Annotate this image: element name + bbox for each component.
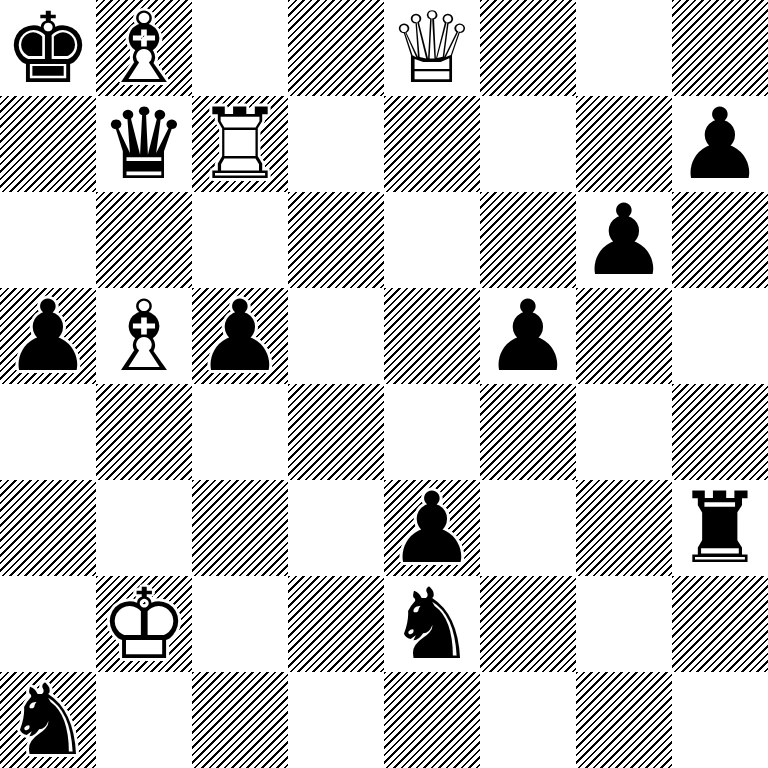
square-a7[interactable] bbox=[0, 96, 96, 192]
square-a3[interactable] bbox=[0, 480, 96, 576]
square-f2[interactable] bbox=[480, 576, 576, 672]
square-b7[interactable]: ♛ bbox=[96, 96, 192, 192]
square-e2[interactable]: ♞ bbox=[384, 576, 480, 672]
square-e8[interactable]: ♛♕ bbox=[384, 0, 480, 96]
piece-white-rook: ♖ bbox=[192, 96, 288, 192]
piece-black-pawn: ♟ bbox=[480, 288, 576, 384]
square-g7[interactable] bbox=[576, 96, 672, 192]
piece-black-pawn: ♟ bbox=[384, 480, 480, 576]
square-e6[interactable] bbox=[384, 192, 480, 288]
square-h7[interactable]: ♟ bbox=[672, 96, 768, 192]
square-h2[interactable] bbox=[672, 576, 768, 672]
square-f7[interactable] bbox=[480, 96, 576, 192]
square-h1[interactable] bbox=[672, 672, 768, 768]
piece-white-queen-fill: ♛ bbox=[384, 0, 480, 96]
piece-black-knight: ♞ bbox=[384, 576, 480, 672]
piece-black-rook: ♜ bbox=[672, 480, 768, 576]
square-c1[interactable] bbox=[192, 672, 288, 768]
square-f6[interactable] bbox=[480, 192, 576, 288]
square-g5[interactable] bbox=[576, 288, 672, 384]
square-h6[interactable] bbox=[672, 192, 768, 288]
square-g1[interactable] bbox=[576, 672, 672, 768]
piece-white-king: ♔ bbox=[96, 576, 192, 672]
square-b4[interactable] bbox=[96, 384, 192, 480]
square-e3[interactable]: ♟ bbox=[384, 480, 480, 576]
piece-black-pawn: ♟ bbox=[672, 96, 768, 192]
square-g2[interactable] bbox=[576, 576, 672, 672]
square-e1[interactable] bbox=[384, 672, 480, 768]
piece-black-pawn: ♟ bbox=[192, 288, 288, 384]
piece-white-bishop: ♗ bbox=[96, 0, 192, 96]
square-g6[interactable]: ♟ bbox=[576, 192, 672, 288]
square-h4[interactable] bbox=[672, 384, 768, 480]
square-b1[interactable] bbox=[96, 672, 192, 768]
chess-diagram: ♚♝♗♛♕♛♜♖♟♟♟♝♗♟♟♟♜♚♔♞♞ bbox=[0, 0, 768, 768]
square-c8[interactable] bbox=[192, 0, 288, 96]
square-a5[interactable]: ♟ bbox=[0, 288, 96, 384]
square-a8[interactable]: ♚ bbox=[0, 0, 96, 96]
piece-white-bishop-fill: ♝ bbox=[96, 288, 192, 384]
square-a6[interactable] bbox=[0, 192, 96, 288]
piece-white-bishop-fill: ♝ bbox=[96, 0, 192, 96]
chess-board: ♚♝♗♛♕♛♜♖♟♟♟♝♗♟♟♟♜♚♔♞♞ bbox=[0, 0, 768, 768]
square-d1[interactable] bbox=[288, 672, 384, 768]
square-h5[interactable] bbox=[672, 288, 768, 384]
square-c3[interactable] bbox=[192, 480, 288, 576]
piece-white-rook-fill: ♜ bbox=[192, 96, 288, 192]
square-b6[interactable] bbox=[96, 192, 192, 288]
square-d2[interactable] bbox=[288, 576, 384, 672]
square-f3[interactable] bbox=[480, 480, 576, 576]
piece-white-bishop: ♗ bbox=[96, 288, 192, 384]
square-d6[interactable] bbox=[288, 192, 384, 288]
square-d7[interactable] bbox=[288, 96, 384, 192]
piece-black-pawn: ♟ bbox=[576, 192, 672, 288]
square-c6[interactable] bbox=[192, 192, 288, 288]
square-c2[interactable] bbox=[192, 576, 288, 672]
square-g3[interactable] bbox=[576, 480, 672, 576]
square-a1[interactable]: ♞ bbox=[0, 672, 96, 768]
square-d5[interactable] bbox=[288, 288, 384, 384]
square-b2[interactable]: ♚♔ bbox=[96, 576, 192, 672]
square-c4[interactable] bbox=[192, 384, 288, 480]
piece-black-pawn: ♟ bbox=[0, 288, 96, 384]
square-c5[interactable]: ♟ bbox=[192, 288, 288, 384]
square-h3[interactable]: ♜ bbox=[672, 480, 768, 576]
square-f5[interactable]: ♟ bbox=[480, 288, 576, 384]
piece-white-king-fill: ♚ bbox=[96, 576, 192, 672]
square-h8[interactable] bbox=[672, 0, 768, 96]
square-g4[interactable] bbox=[576, 384, 672, 480]
piece-black-knight: ♞ bbox=[0, 672, 96, 768]
piece-white-queen: ♕ bbox=[384, 0, 480, 96]
square-e4[interactable] bbox=[384, 384, 480, 480]
square-f1[interactable] bbox=[480, 672, 576, 768]
square-b5[interactable]: ♝♗ bbox=[96, 288, 192, 384]
square-g8[interactable] bbox=[576, 0, 672, 96]
square-c7[interactable]: ♜♖ bbox=[192, 96, 288, 192]
square-a4[interactable] bbox=[0, 384, 96, 480]
piece-black-queen: ♛ bbox=[96, 96, 192, 192]
square-d3[interactable] bbox=[288, 480, 384, 576]
square-e5[interactable] bbox=[384, 288, 480, 384]
square-d4[interactable] bbox=[288, 384, 384, 480]
square-b8[interactable]: ♝♗ bbox=[96, 0, 192, 96]
square-e7[interactable] bbox=[384, 96, 480, 192]
square-b3[interactable] bbox=[96, 480, 192, 576]
square-f8[interactable] bbox=[480, 0, 576, 96]
square-f4[interactable] bbox=[480, 384, 576, 480]
square-a2[interactable] bbox=[0, 576, 96, 672]
square-d8[interactable] bbox=[288, 0, 384, 96]
piece-black-king: ♚ bbox=[0, 0, 96, 96]
